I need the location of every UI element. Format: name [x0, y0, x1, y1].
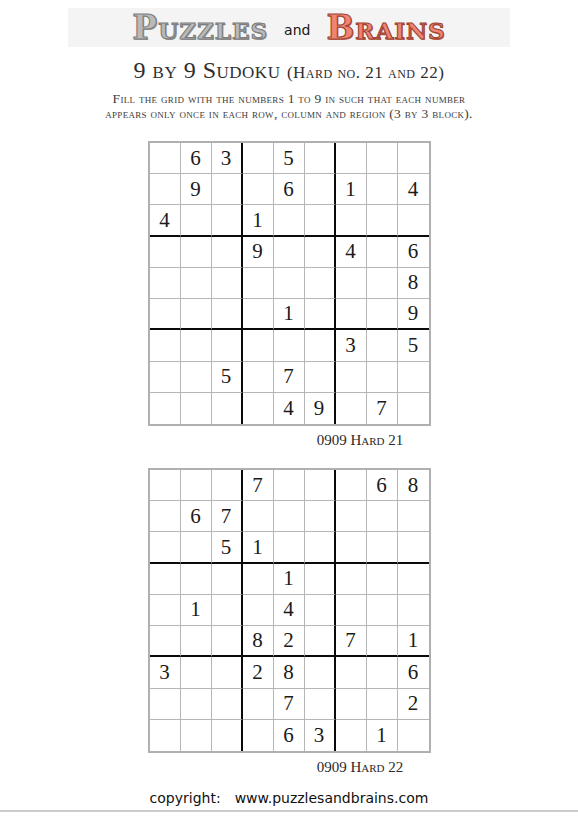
grid2-cell-r8c1	[150, 689, 181, 720]
grid1-cell-r7c5	[274, 330, 305, 361]
grid2-cell-r1c6	[305, 470, 336, 501]
grid2-cell-r5c7	[336, 595, 367, 626]
grid2-cell-r9c4	[243, 720, 274, 751]
sudoku-grid-2: 76867511148271328672631	[148, 468, 431, 753]
grid2-cell-r8c7	[336, 689, 367, 720]
grid1-cell-r6c6	[305, 299, 336, 330]
grid1-cell-r8c6	[305, 362, 336, 393]
grid1-cell-r3c8	[367, 205, 398, 236]
grid1-cell-r2c3	[212, 174, 243, 205]
instructions-line-2: appears only once in each row, column an…	[105, 106, 473, 121]
grid1-cell-r3c4: 1	[243, 205, 274, 236]
grid1-cell-r9c1	[150, 393, 181, 424]
grid2-cell-r1c2	[181, 470, 212, 501]
grid1-cell-r3c9	[398, 205, 429, 236]
grid2-cell-r2c6	[305, 501, 336, 532]
grid2-cell-r2c9	[398, 501, 429, 532]
grid2-cell-r3c9	[398, 532, 429, 563]
grid2-cell-r6c8	[367, 626, 398, 657]
grid1-cell-r6c9: 9	[398, 299, 429, 330]
grid2-cell-r2c7	[336, 501, 367, 532]
grid2-cell-r7c2	[181, 657, 212, 688]
grid2-cell-r6c6	[305, 626, 336, 657]
grid1-cell-r1c7	[336, 143, 367, 174]
grid2-cell-r9c8: 1	[367, 720, 398, 751]
grid1-cell-r9c5: 4	[274, 393, 305, 424]
grid1-cell-r7c4	[243, 330, 274, 361]
grid2-cell-r4c6	[305, 564, 336, 595]
grid2-cell-r3c1	[150, 532, 181, 563]
grid2-cell-r7c4: 2	[243, 657, 274, 688]
grid1-cell-r5c3	[212, 268, 243, 299]
grid2-cell-r1c5	[274, 470, 305, 501]
grid2-cell-r6c9: 1	[398, 626, 429, 657]
grid1-cell-r8c1	[150, 362, 181, 393]
grid2-cell-r4c2	[181, 564, 212, 595]
grid2-cell-r6c7: 7	[336, 626, 367, 657]
site-link[interactable]: www.puzzlesandbrains.com	[235, 790, 429, 806]
grid2-cell-r1c3	[212, 470, 243, 501]
grid2-cell-r8c5: 7	[274, 689, 305, 720]
grid2-cell-r1c8: 6	[367, 470, 398, 501]
grid2-cell-r6c5: 2	[274, 626, 305, 657]
grid2-cell-r6c1	[150, 626, 181, 657]
grid2-cell-r7c8	[367, 657, 398, 688]
grid1-cell-r6c1	[150, 299, 181, 330]
grid2-cell-r4c1	[150, 564, 181, 595]
grid1-cell-r8c9	[398, 362, 429, 393]
grid2-cell-r1c9: 8	[398, 470, 429, 501]
footer: copyright: www.puzzlesandbrains.com	[0, 790, 578, 806]
grid2-cell-r7c3	[212, 657, 243, 688]
grid1-cell-r2c7: 1	[336, 174, 367, 205]
grid2-cell-r6c2	[181, 626, 212, 657]
grid2-cell-r5c9	[398, 595, 429, 626]
grid1-cell-r2c9: 4	[398, 174, 429, 205]
grid2-cell-r5c2: 1	[181, 595, 212, 626]
grid1-cell-r9c9	[398, 393, 429, 424]
grid2-cell-r3c8	[367, 532, 398, 563]
grid1-cell-r3c1: 4	[150, 205, 181, 236]
grid1-cell-r3c2	[181, 205, 212, 236]
grid1-cell-r4c4: 9	[243, 237, 274, 268]
grid1-cell-r9c6: 9	[305, 393, 336, 424]
grid1-cell-r7c3	[212, 330, 243, 361]
grid1-cell-r1c9	[398, 143, 429, 174]
grid2-cell-r4c7	[336, 564, 367, 595]
grid2-cell-r7c5: 8	[274, 657, 305, 688]
grid1-cell-r1c1	[150, 143, 181, 174]
grid2-cell-r2c2: 6	[181, 501, 212, 532]
grid2-cell-r6c3	[212, 626, 243, 657]
grid1-cell-r9c4	[243, 393, 274, 424]
puzzle-1: 6359614419468193557497 0909 Hard 21	[0, 141, 578, 449]
grid2-cell-r5c1	[150, 595, 181, 626]
instructions: Fill the grid with the numbers 1 to 9 in…	[0, 91, 578, 121]
grid1-cell-r5c7	[336, 268, 367, 299]
grid1-cell-r2c1	[150, 174, 181, 205]
grid1-cell-r7c7: 3	[336, 330, 367, 361]
grid1-cell-r7c8	[367, 330, 398, 361]
grid2-cell-r3c4: 1	[243, 532, 274, 563]
grid1-cell-r5c9: 8	[398, 268, 429, 299]
grid1-cell-r2c5: 6	[274, 174, 305, 205]
grid2-cell-r9c3	[212, 720, 243, 751]
grid1-cell-r6c3	[212, 299, 243, 330]
grid2-cell-r5c3	[212, 595, 243, 626]
grid1-cell-r5c8	[367, 268, 398, 299]
grid1-cell-r4c5	[274, 237, 305, 268]
grid1-cell-r9c2	[181, 393, 212, 424]
grid1-cell-r6c8	[367, 299, 398, 330]
puzzle-1-caption: 0909 Hard 21	[221, 431, 500, 449]
grid2-cell-r4c8	[367, 564, 398, 595]
grid2-cell-r9c5: 6	[274, 720, 305, 751]
grid1-cell-r1c5: 5	[274, 143, 305, 174]
grid2-cell-r8c9: 2	[398, 689, 429, 720]
grid2-cell-r1c1	[150, 470, 181, 501]
grid2-cell-r3c3: 5	[212, 532, 243, 563]
grid2-cell-r2c8	[367, 501, 398, 532]
grid2-cell-r8c4	[243, 689, 274, 720]
grid2-cell-r5c5: 4	[274, 595, 305, 626]
page: Puzzles and Brains 9 by 9 Sudoku (Hard n…	[0, 8, 578, 818]
grid1-cell-r5c2	[181, 268, 212, 299]
grid1-cell-r4c3	[212, 237, 243, 268]
grid2-cell-r3c2	[181, 532, 212, 563]
logo-brains-text: Brains	[326, 11, 445, 44]
grid1-cell-r5c6	[305, 268, 336, 299]
grid2-cell-r9c9	[398, 720, 429, 751]
grid2-cell-r2c5	[274, 501, 305, 532]
grid1-cell-r3c5	[274, 205, 305, 236]
grid1-cell-r4c8	[367, 237, 398, 268]
grid2-cell-r3c5	[274, 532, 305, 563]
page-title-suffix: (Hard no. 21 and 22)	[287, 63, 445, 82]
grid1-cell-r9c8: 7	[367, 393, 398, 424]
grid1-cell-r8c8	[367, 362, 398, 393]
grid2-cell-r8c2	[181, 689, 212, 720]
grid1-cell-r8c7	[336, 362, 367, 393]
grid2-cell-r7c7	[336, 657, 367, 688]
grid1-cell-r2c6	[305, 174, 336, 205]
grid1-cell-r8c5: 7	[274, 362, 305, 393]
grid1-cell-r7c1	[150, 330, 181, 361]
grid2-cell-r9c7	[336, 720, 367, 751]
grid1-cell-r8c2	[181, 362, 212, 393]
grid1-cell-r7c6	[305, 330, 336, 361]
grid2-cell-r8c6	[305, 689, 336, 720]
grid1-cell-r2c8	[367, 174, 398, 205]
grid2-cell-r5c4	[243, 595, 274, 626]
grid1-cell-r6c5: 1	[274, 299, 305, 330]
grid2-cell-r4c5: 1	[274, 564, 305, 595]
grid2-cell-r3c7	[336, 532, 367, 563]
grid2-cell-r9c1	[150, 720, 181, 751]
grid1-cell-r5c5	[274, 268, 305, 299]
grid1-cell-r9c7	[336, 393, 367, 424]
grid2-cell-r4c4	[243, 564, 274, 595]
bottom-divider	[0, 810, 578, 812]
grid2-cell-r5c6	[305, 595, 336, 626]
site-logo: Puzzles and Brains	[68, 8, 510, 47]
grid1-cell-r4c7: 4	[336, 237, 367, 268]
grid1-cell-r3c3	[212, 205, 243, 236]
grid1-cell-r8c3: 5	[212, 362, 243, 393]
grid1-cell-r3c7	[336, 205, 367, 236]
page-title-main: 9 by 9 Sudoku	[134, 57, 281, 83]
grid1-cell-r1c3: 3	[212, 143, 243, 174]
grid1-cell-r4c2	[181, 237, 212, 268]
grid2-cell-r2c3: 7	[212, 501, 243, 532]
grid2-cell-r9c6: 3	[305, 720, 336, 751]
instructions-line-1: Fill the grid with the numbers 1 to 9 in…	[113, 91, 466, 106]
grid2-cell-r7c9: 6	[398, 657, 429, 688]
grid1-cell-r7c2	[181, 330, 212, 361]
grid1-cell-r5c1	[150, 268, 181, 299]
grid1-cell-r1c4	[243, 143, 274, 174]
grid2-cell-r1c4: 7	[243, 470, 274, 501]
grid2-cell-r6c4: 8	[243, 626, 274, 657]
grid2-cell-r3c6	[305, 532, 336, 563]
grid2-cell-r1c7	[336, 470, 367, 501]
grid1-cell-r6c7	[336, 299, 367, 330]
grid1-cell-r5c4	[243, 268, 274, 299]
grid1-cell-r3c6	[305, 205, 336, 236]
grid1-cell-r2c4	[243, 174, 274, 205]
grid1-cell-r7c9: 5	[398, 330, 429, 361]
grid1-cell-r1c8	[367, 143, 398, 174]
grid2-cell-r4c3	[212, 564, 243, 595]
grid1-cell-r6c2	[181, 299, 212, 330]
grid2-cell-r8c8	[367, 689, 398, 720]
grid2-cell-r8c3	[212, 689, 243, 720]
grid2-cell-r5c8	[367, 595, 398, 626]
grid1-cell-r4c9: 6	[398, 237, 429, 268]
grid2-cell-r2c1	[150, 501, 181, 532]
grid2-cell-r4c9	[398, 564, 429, 595]
grid1-cell-r8c4	[243, 362, 274, 393]
page-title: 9 by 9 Sudoku (Hard no. 21 and 22)	[0, 57, 578, 86]
grid1-cell-r1c6	[305, 143, 336, 174]
grid1-cell-r2c2: 9	[181, 174, 212, 205]
grid2-cell-r9c2	[181, 720, 212, 751]
grid2-cell-r2c4	[243, 501, 274, 532]
copyright-label: copyright:	[150, 790, 221, 806]
grid1-cell-r9c3	[212, 393, 243, 424]
grid2-cell-r7c6	[305, 657, 336, 688]
grid1-cell-r4c6	[305, 237, 336, 268]
logo-puzzles-text: Puzzles	[132, 11, 268, 44]
grid2-cell-r7c1: 3	[150, 657, 181, 688]
grid1-cell-r1c2: 6	[181, 143, 212, 174]
puzzle-2: 76867511148271328672631 0909 Hard 22	[0, 468, 578, 776]
grid1-cell-r6c4	[243, 299, 274, 330]
logo-and-text: and	[284, 22, 310, 38]
puzzle-2-caption: 0909 Hard 22	[221, 758, 500, 776]
grid1-cell-r4c1	[150, 237, 181, 268]
sudoku-grid-1: 6359614419468193557497	[148, 141, 431, 426]
